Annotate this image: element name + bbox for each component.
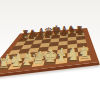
piece-white-knight: ♞ bbox=[9, 54, 22, 68]
piece-white-pawn: ♟ bbox=[14, 52, 24, 63]
piece-white-king: ♚ bbox=[42, 48, 57, 65]
piece-black-pawn: ♟ bbox=[77, 28, 84, 36]
piece-black-rook: ♜ bbox=[76, 25, 83, 33]
piece-black-king: ♚ bbox=[52, 25, 62, 36]
piece-black-knight: ♞ bbox=[68, 25, 76, 34]
piece-black-pawn: ♟ bbox=[52, 30, 59, 38]
piece-white-pawn: ♟ bbox=[68, 46, 78, 57]
piece-white-pawn: ♟ bbox=[24, 51, 34, 62]
piece-black-pawn: ♟ bbox=[68, 29, 75, 37]
piece-black-bishop: ♝ bbox=[37, 27, 46, 37]
piece-white-pawn: ♟ bbox=[35, 49, 45, 60]
piece-black-rook: ♜ bbox=[22, 30, 29, 38]
piece-black-queen: ♛ bbox=[44, 26, 53, 36]
piece-white-knight: ♞ bbox=[67, 48, 80, 62]
piece-white-pawn: ♟ bbox=[46, 48, 56, 59]
piece-black-pawn: ♟ bbox=[60, 30, 67, 38]
piece-white-rook: ♜ bbox=[0, 57, 10, 70]
piece-black-pawn: ♟ bbox=[44, 31, 51, 39]
piece-black-bishop: ♝ bbox=[60, 25, 69, 35]
piece-black-pawn: ♟ bbox=[28, 33, 35, 41]
piece-white-bishop: ♝ bbox=[55, 48, 69, 63]
piece-white-pawn: ♟ bbox=[3, 53, 13, 64]
piece-black-pawn: ♟ bbox=[20, 33, 27, 41]
piece-white-pawn: ♟ bbox=[79, 45, 89, 56]
piece-black-knight: ♞ bbox=[29, 28, 37, 37]
pieces-layer: ♜♞♝♛♚♝♞♜♟♟♟♟♟♟♟♟♟♟♟♟♟♟♟♟♜♞♝♛♚♝♞♜ bbox=[0, 0, 100, 100]
piece-white-rook: ♜ bbox=[79, 47, 91, 60]
piece-white-queen: ♛ bbox=[31, 50, 46, 66]
piece-black-pawn: ♟ bbox=[36, 32, 43, 40]
piece-white-pawn: ♟ bbox=[57, 47, 67, 58]
piece-white-bishop: ♝ bbox=[20, 52, 34, 67]
chess-set-photo: ♜♞♝♛♚♝♞♜♟♟♟♟♟♟♟♟♟♟♟♟♟♟♟♟♜♞♝♛♚♝♞♜ bbox=[0, 0, 100, 100]
